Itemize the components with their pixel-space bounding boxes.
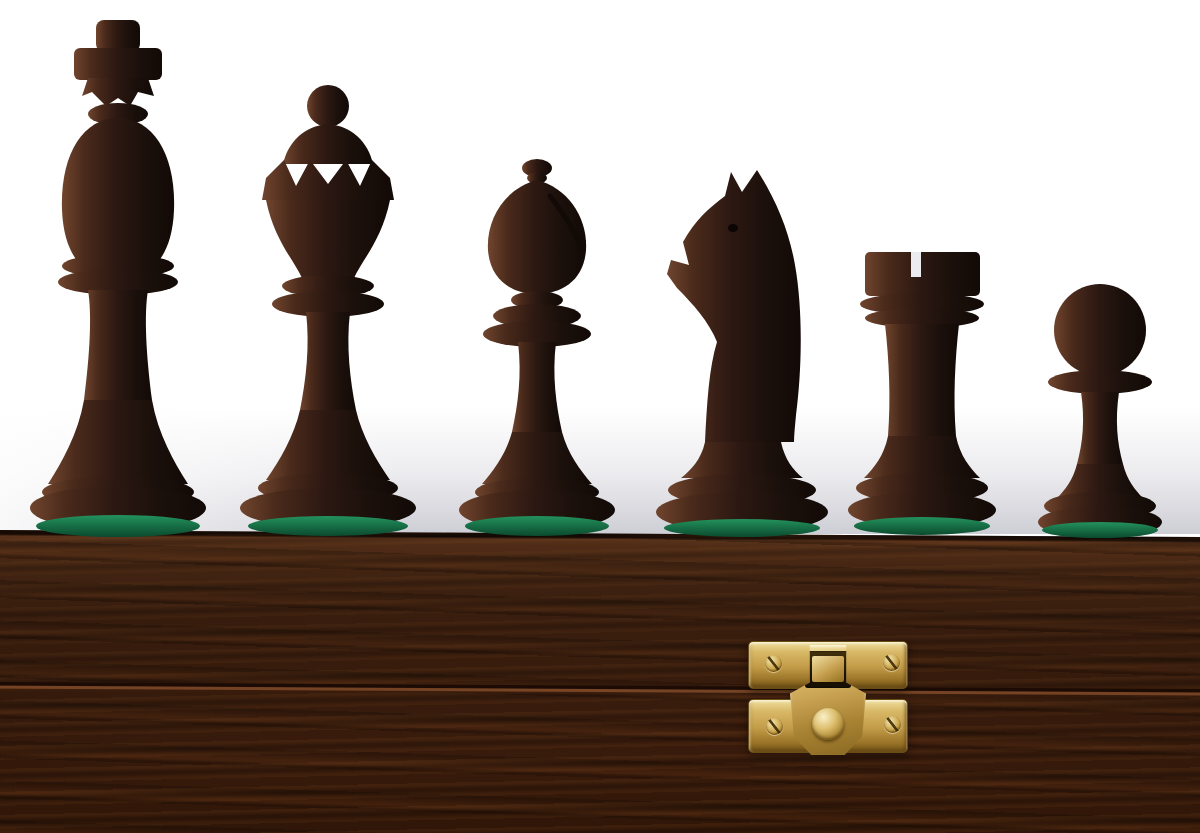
king-cross-icon — [96, 20, 140, 52]
queen-felt-base — [248, 516, 408, 536]
rook-piece — [845, 248, 1000, 538]
rook-top-slot — [911, 252, 921, 277]
knight-horse-head — [667, 170, 801, 442]
clasp-knob — [812, 708, 844, 740]
clasp-buckle-slot — [805, 651, 851, 688]
chess-box-front — [0, 530, 1200, 833]
pawn-felt-base — [1042, 522, 1158, 538]
rook-battlement — [865, 252, 980, 296]
pawn-piece — [1033, 284, 1167, 538]
clasp-screw — [765, 655, 782, 672]
clasp-screw — [766, 718, 783, 735]
bishop-felt-base — [465, 516, 609, 536]
king-felt-base — [36, 515, 200, 537]
knight-eye — [728, 224, 738, 232]
clasp-screw — [884, 716, 901, 733]
box-lid-seam — [0, 682, 1200, 698]
brass-clasp — [740, 632, 916, 764]
queen-ball-finial — [307, 85, 349, 127]
king-piece — [26, 14, 210, 538]
bishop-mitre — [488, 180, 586, 294]
pawn-ball — [1054, 284, 1146, 376]
rook-felt-base — [854, 517, 990, 535]
queen-coronet — [262, 160, 394, 200]
clasp-buckle — [812, 656, 845, 681]
bishop-piece — [452, 158, 622, 538]
knight-piece — [645, 170, 840, 538]
clasp-screw — [883, 654, 900, 671]
photo-scene — [0, 0, 1200, 833]
knight-felt-base — [664, 519, 820, 537]
queen-piece — [238, 84, 418, 538]
